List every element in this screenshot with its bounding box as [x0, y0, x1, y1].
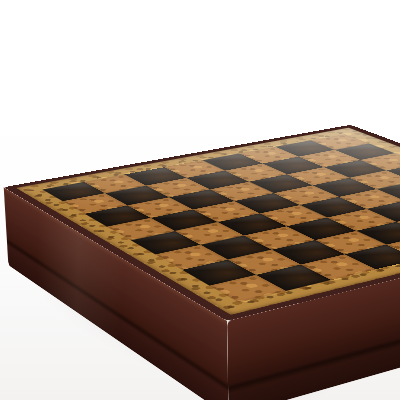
amber-chess-set-photo: ♜♞♝♛♚♝♞♜♟♟♟♟♟♟♟♟♟♟♟♟♟♟♟♟♜♞♝♛♚♝♞♜ [0, 0, 400, 400]
chess-board-case: ♜♞♝♛♚♝♞♜♟♟♟♟♟♟♟♟♟♟♟♟♟♟♟♟♜♞♝♛♚♝♞♜ [4, 125, 400, 321]
square-d5 [274, 185, 339, 205]
